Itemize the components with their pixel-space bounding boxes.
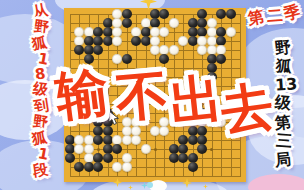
black-stone [93, 45, 103, 55]
white-stone [226, 27, 236, 37]
black-stone [178, 153, 188, 163]
main-title-char: 去 [218, 79, 277, 138]
black-stone [216, 54, 226, 64]
black-stone [188, 162, 198, 172]
black-stone [93, 135, 103, 145]
black-stone [197, 144, 207, 154]
white-stone [112, 54, 122, 64]
white-stone [122, 162, 132, 172]
white-stone [141, 144, 151, 154]
season-char: 季 [282, 3, 301, 22]
black-stone [122, 54, 132, 64]
black-stone [65, 153, 75, 163]
white-stone [169, 18, 179, 28]
right-caption-char: 三 [275, 132, 292, 149]
black-stone [216, 9, 226, 19]
left-caption-char: 段 [32, 162, 49, 179]
white-stone [131, 135, 141, 145]
black-stone [112, 144, 122, 154]
season-char: 二 [266, 7, 283, 24]
right-caption-char: 第 [274, 114, 292, 132]
main-title-char: 输 [53, 65, 111, 123]
right-caption-char: 野 [274, 39, 292, 57]
hoshi-point [154, 148, 157, 151]
right-caption-char: 局 [274, 151, 291, 168]
black-stone [93, 162, 103, 172]
hoshi-point [97, 148, 100, 151]
black-stone [103, 153, 113, 163]
black-stone [131, 36, 141, 46]
right-caption-char: 级 [274, 94, 291, 111]
black-stone [159, 54, 169, 64]
season-char: 第 [247, 9, 266, 28]
white-stone [159, 126, 169, 136]
white-stone [197, 45, 207, 55]
white-stone [74, 144, 84, 154]
black-stone [159, 9, 169, 19]
main-title-char: 不 [114, 68, 170, 124]
white-stone [159, 27, 169, 37]
main-title-char: 出 [167, 71, 224, 128]
hoshi-point [210, 148, 213, 151]
grid-line-h [70, 176, 241, 177]
black-stone [74, 162, 84, 172]
white-stone [178, 36, 188, 46]
white-stone [169, 45, 179, 55]
unicorn-mane [147, 182, 153, 188]
black-stone [226, 9, 236, 19]
white-stone [112, 162, 122, 172]
white-stone [112, 36, 122, 46]
black-stone [122, 18, 132, 28]
thumbnail-stage: 输不出去 从野狐18级到野狐1段 第二季 野狐13级第三局 [0, 0, 304, 190]
right-caption-char: 13 [274, 76, 297, 94]
black-stone [74, 45, 84, 55]
right-caption-char: 狐 [275, 57, 293, 75]
